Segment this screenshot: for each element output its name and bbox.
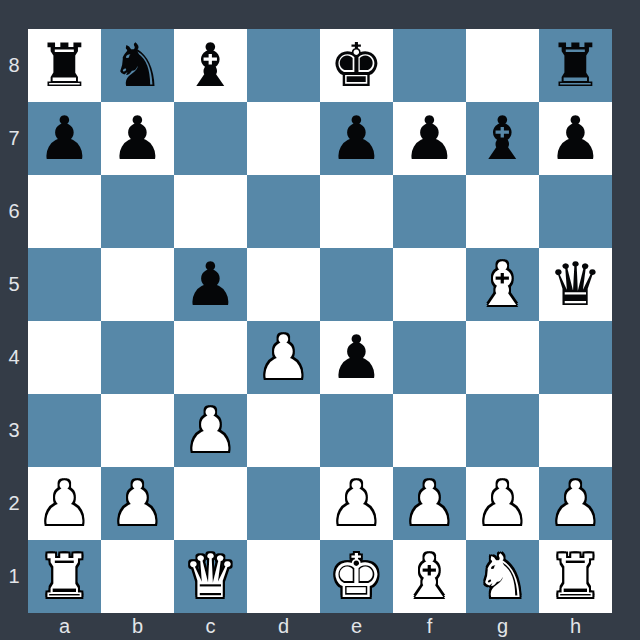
file-labels: abcdefgh [28, 612, 612, 640]
square-h1[interactable]: ♜︎ [539, 540, 612, 613]
square-f7[interactable]: ♟︎ [393, 102, 466, 175]
chess-board[interactable]: ♜︎♞︎♝︎♚︎♜︎♟︎♟︎♟︎♟︎♝︎♟︎♟︎♝︎♛︎♟︎♟︎♟︎♟︎♟︎♟︎… [28, 29, 612, 613]
square-b1[interactable] [101, 540, 174, 613]
square-d2[interactable] [247, 467, 320, 540]
rank-label-8: 8 [0, 29, 28, 102]
black-bishop-g7[interactable]: ♝︎ [466, 102, 539, 175]
square-c3[interactable]: ♟︎ [174, 394, 247, 467]
square-a4[interactable] [28, 321, 101, 394]
square-f8[interactable] [393, 29, 466, 102]
white-king-e1[interactable]: ♚︎ [320, 540, 393, 613]
rank-label-7: 7 [0, 102, 28, 175]
square-e2[interactable]: ♟︎ [320, 467, 393, 540]
square-a3[interactable] [28, 394, 101, 467]
file-label-e: e [320, 612, 393, 640]
square-g3[interactable] [466, 394, 539, 467]
square-c5[interactable]: ♟︎ [174, 248, 247, 321]
black-bishop-c8[interactable]: ♝︎ [174, 29, 247, 102]
square-a6[interactable] [28, 175, 101, 248]
black-knight-b8[interactable]: ♞︎ [101, 29, 174, 102]
black-pawn-c5[interactable]: ♟︎ [174, 248, 247, 321]
square-g2[interactable]: ♟︎ [466, 467, 539, 540]
square-g7[interactable]: ♝︎ [466, 102, 539, 175]
file-label-h: h [539, 612, 612, 640]
chess-board-background: 87654321 ♜︎♞︎♝︎♚︎♜︎♟︎♟︎♟︎♟︎♝︎♟︎♟︎♝︎♛︎♟︎♟… [0, 0, 640, 640]
rank-label-1: 1 [0, 540, 28, 613]
square-h8[interactable]: ♜︎ [539, 29, 612, 102]
rank-label-6: 6 [0, 175, 28, 248]
file-label-f: f [393, 612, 466, 640]
square-e8[interactable]: ♚︎ [320, 29, 393, 102]
black-pawn-e7[interactable]: ♟︎ [320, 102, 393, 175]
square-f1[interactable]: ♝︎ [393, 540, 466, 613]
black-pawn-e4[interactable]: ♟︎ [320, 321, 393, 394]
square-a7[interactable]: ♟︎ [28, 102, 101, 175]
black-rook-a8[interactable]: ♜︎ [28, 29, 101, 102]
white-pawn-h2[interactable]: ♟︎ [539, 467, 612, 540]
square-e1[interactable]: ♚︎ [320, 540, 393, 613]
square-b2[interactable]: ♟︎ [101, 467, 174, 540]
rank-labels: 87654321 [0, 29, 28, 613]
square-b8[interactable]: ♞︎ [101, 29, 174, 102]
square-e5[interactable] [320, 248, 393, 321]
white-knight-g1[interactable]: ♞︎ [466, 540, 539, 613]
square-h6[interactable] [539, 175, 612, 248]
black-king-e8[interactable]: ♚︎ [320, 29, 393, 102]
square-c4[interactable] [174, 321, 247, 394]
square-f3[interactable] [393, 394, 466, 467]
file-label-c: c [174, 612, 247, 640]
square-f6[interactable] [393, 175, 466, 248]
square-f4[interactable] [393, 321, 466, 394]
rank-label-4: 4 [0, 321, 28, 394]
square-g6[interactable] [466, 175, 539, 248]
square-b6[interactable] [101, 175, 174, 248]
square-a5[interactable] [28, 248, 101, 321]
square-e4[interactable]: ♟︎ [320, 321, 393, 394]
square-c8[interactable]: ♝︎ [174, 29, 247, 102]
white-pawn-f2[interactable]: ♟︎ [393, 467, 466, 540]
square-c7[interactable] [174, 102, 247, 175]
square-e7[interactable]: ♟︎ [320, 102, 393, 175]
white-pawn-b2[interactable]: ♟︎ [101, 467, 174, 540]
black-pawn-b7[interactable]: ♟︎ [101, 102, 174, 175]
square-b7[interactable]: ♟︎ [101, 102, 174, 175]
square-b3[interactable] [101, 394, 174, 467]
file-label-a: a [28, 612, 101, 640]
white-bishop-f1[interactable]: ♝︎ [393, 540, 466, 613]
file-label-g: g [466, 612, 539, 640]
square-h4[interactable] [539, 321, 612, 394]
square-c2[interactable] [174, 467, 247, 540]
black-rook-h8[interactable]: ♜︎ [539, 29, 612, 102]
white-rook-a1[interactable]: ♜︎ [28, 540, 101, 613]
black-pawn-a7[interactable]: ♟︎ [28, 102, 101, 175]
square-d7[interactable] [247, 102, 320, 175]
square-b4[interactable] [101, 321, 174, 394]
square-h3[interactable] [539, 394, 612, 467]
white-pawn-a2[interactable]: ♟︎ [28, 467, 101, 540]
white-pawn-c3[interactable]: ♟︎ [174, 394, 247, 467]
file-label-b: b [101, 612, 174, 640]
white-queen-c1[interactable]: ♛︎ [174, 540, 247, 613]
white-rook-h1[interactable]: ♜︎ [539, 540, 612, 613]
rank-label-5: 5 [0, 248, 28, 321]
square-g5[interactable]: ♝︎ [466, 248, 539, 321]
white-pawn-d4[interactable]: ♟︎ [247, 321, 320, 394]
square-d1[interactable] [247, 540, 320, 613]
square-d4[interactable]: ♟︎ [247, 321, 320, 394]
square-h5[interactable]: ♛︎ [539, 248, 612, 321]
square-d6[interactable] [247, 175, 320, 248]
black-pawn-f7[interactable]: ♟︎ [393, 102, 466, 175]
square-a8[interactable]: ♜︎ [28, 29, 101, 102]
square-f5[interactable] [393, 248, 466, 321]
file-label-d: d [247, 612, 320, 640]
black-pawn-h7[interactable]: ♟︎ [539, 102, 612, 175]
square-a2[interactable]: ♟︎ [28, 467, 101, 540]
rank-label-3: 3 [0, 394, 28, 467]
square-d5[interactable] [247, 248, 320, 321]
square-f2[interactable]: ♟︎ [393, 467, 466, 540]
white-pawn-g2[interactable]: ♟︎ [466, 467, 539, 540]
square-h7[interactable]: ♟︎ [539, 102, 612, 175]
white-bishop-g5[interactable]: ♝︎ [466, 248, 539, 321]
square-d3[interactable] [247, 394, 320, 467]
square-e3[interactable] [320, 394, 393, 467]
square-g4[interactable] [466, 321, 539, 394]
square-h2[interactable]: ♟︎ [539, 467, 612, 540]
rank-label-2: 2 [0, 467, 28, 540]
square-g8[interactable] [466, 29, 539, 102]
square-d8[interactable] [247, 29, 320, 102]
square-a1[interactable]: ♜︎ [28, 540, 101, 613]
square-b5[interactable] [101, 248, 174, 321]
square-g1[interactable]: ♞︎ [466, 540, 539, 613]
white-pawn-e2[interactable]: ♟︎ [320, 467, 393, 540]
square-c6[interactable] [174, 175, 247, 248]
black-queen-h5[interactable]: ♛︎ [539, 248, 612, 321]
square-c1[interactable]: ♛︎ [174, 540, 247, 613]
square-e6[interactable] [320, 175, 393, 248]
